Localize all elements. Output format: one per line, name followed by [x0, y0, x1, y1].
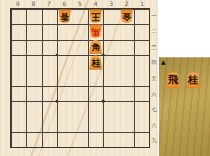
piece-glyph: 桂	[91, 58, 100, 67]
file-label-4: 4	[88, 0, 104, 8]
file-label-5: 5	[72, 0, 88, 8]
hoshi-dot	[102, 100, 105, 103]
hoshi-dot	[55, 100, 58, 103]
file-label-6: 6	[57, 0, 73, 8]
rank-label-2: 二	[150, 28, 158, 35]
rank-label-8: 八	[150, 122, 158, 129]
piece-glyph: 桂	[188, 75, 198, 85]
file-label-7: 7	[41, 0, 57, 8]
piece-glyph: 香	[60, 12, 69, 21]
hand-piece-knight[interactable]: 桂	[186, 72, 200, 88]
piece-glyph: 王	[91, 12, 100, 21]
file-label-3: 3	[103, 0, 119, 8]
file-label-1: 1	[134, 0, 150, 8]
sente-komadai: ▲ 飛桂	[159, 57, 210, 156]
rank-label-3: 三	[150, 44, 158, 51]
rank-label-6: 六	[150, 91, 158, 98]
piece-glyph: 飛	[168, 75, 178, 85]
piece-gold-2一[interactable]: 金	[120, 9, 133, 23]
rank-label-7: 七	[150, 106, 158, 113]
hoshi-dot	[102, 53, 105, 56]
file-label-2: 2	[119, 0, 135, 8]
hoshi-dot	[55, 53, 58, 56]
piece-glyph: 角	[91, 43, 100, 52]
file-label-9: 9	[10, 0, 26, 8]
rank-label-4: 四	[150, 59, 158, 66]
file-label-8: 8	[26, 0, 42, 8]
sente-marker: ▲	[161, 58, 166, 65]
piece-king-4一[interactable]: 王	[89, 9, 102, 23]
piece-glyph: 馬	[91, 27, 100, 36]
rank-label-9: 九	[150, 137, 158, 144]
board-grid[interactable]	[10, 8, 150, 148]
piece-lance-6一[interactable]: 香	[58, 9, 71, 23]
rank-label-1: 一	[150, 13, 158, 20]
hand-piece-rook[interactable]: 飛	[166, 72, 180, 88]
piece-bishop-4三[interactable]: 角	[89, 40, 102, 54]
rank-label-5: 五	[150, 75, 158, 82]
shogi-board: 987654321 一二三四五六七八九 香王金馬角桂	[0, 0, 158, 156]
piece-knight-4四[interactable]: 桂	[89, 55, 102, 69]
shogi-app-window: 987654321 一二三四五六七八九 香王金馬角桂 ▲ 飛桂	[0, 0, 210, 156]
piece-glyph: 金	[122, 12, 131, 21]
piece-promoted-bishop-4二[interactable]: 馬	[89, 24, 102, 38]
